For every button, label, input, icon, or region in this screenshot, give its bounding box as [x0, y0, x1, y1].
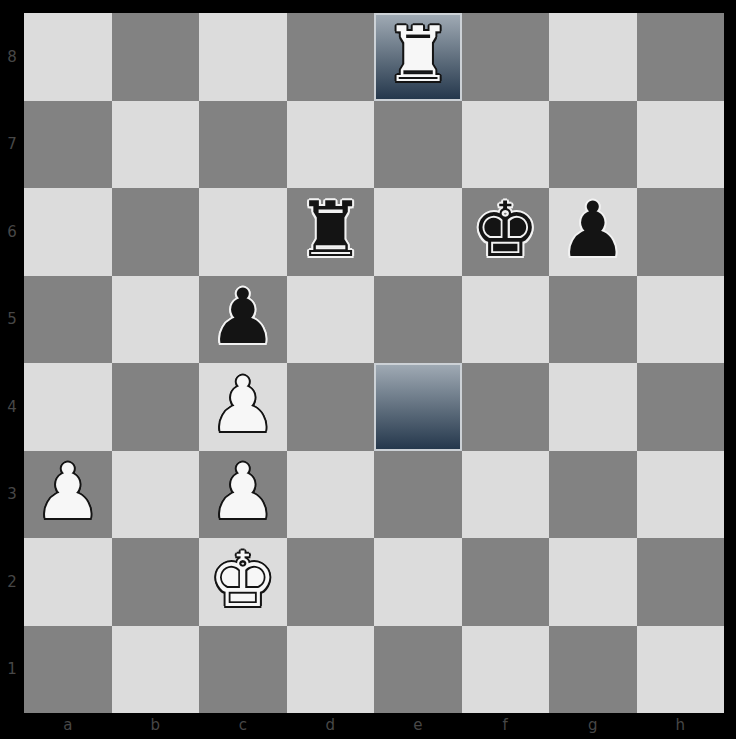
square-f6[interactable]: ♚ — [462, 188, 550, 276]
square-e2[interactable] — [374, 538, 462, 626]
square-c6[interactable] — [199, 188, 287, 276]
square-e7[interactable] — [374, 101, 462, 189]
square-h4[interactable] — [637, 363, 725, 451]
black-pawn-icon[interactable]: ♟ — [209, 279, 277, 355]
square-b4[interactable] — [112, 363, 200, 451]
square-d6[interactable]: ♜ — [287, 188, 375, 276]
white-pawn-icon[interactable]: ♟ — [209, 367, 277, 443]
file-label-h: h — [637, 713, 725, 739]
rank-label-1: 1 — [0, 626, 24, 714]
file-label-f: f — [462, 713, 550, 739]
rank-label-4: 4 — [0, 363, 24, 451]
square-c4[interactable]: ♟ — [199, 363, 287, 451]
square-d2[interactable] — [287, 538, 375, 626]
black-rook-icon[interactable]: ♜ — [296, 192, 364, 268]
square-c5[interactable]: ♟ — [199, 276, 287, 364]
square-h8[interactable] — [637, 13, 725, 101]
square-g3[interactable] — [549, 451, 637, 539]
square-e3[interactable] — [374, 451, 462, 539]
rank-label-7: 7 — [0, 101, 24, 189]
square-d5[interactable] — [287, 276, 375, 364]
square-b6[interactable] — [112, 188, 200, 276]
square-h3[interactable] — [637, 451, 725, 539]
square-c1[interactable] — [199, 626, 287, 714]
square-b8[interactable] — [112, 13, 200, 101]
square-d1[interactable] — [287, 626, 375, 714]
file-label-a: a — [24, 713, 112, 739]
square-e1[interactable] — [374, 626, 462, 714]
square-g1[interactable] — [549, 626, 637, 714]
rank-label-5: 5 — [0, 276, 24, 364]
chess-board[interactable]: ♜♜♚♟♟♟♟♟♚ — [24, 13, 724, 713]
black-king-icon[interactable]: ♚ — [471, 192, 539, 268]
square-a4[interactable] — [24, 363, 112, 451]
square-g2[interactable] — [549, 538, 637, 626]
square-h1[interactable] — [637, 626, 725, 714]
square-h6[interactable] — [637, 188, 725, 276]
square-f3[interactable] — [462, 451, 550, 539]
black-pawn-icon[interactable]: ♟ — [559, 192, 627, 268]
square-d4[interactable] — [287, 363, 375, 451]
square-h7[interactable] — [637, 101, 725, 189]
rank-label-2: 2 — [0, 538, 24, 626]
white-pawn-icon[interactable]: ♟ — [34, 454, 102, 530]
square-h2[interactable] — [637, 538, 725, 626]
chess-board-screenshot: 87654321 ♜♜♚♟♟♟♟♟♚ abcdefgh — [0, 0, 736, 739]
square-g7[interactable] — [549, 101, 637, 189]
square-b7[interactable] — [112, 101, 200, 189]
square-g5[interactable] — [549, 276, 637, 364]
square-b1[interactable] — [112, 626, 200, 714]
square-c8[interactable] — [199, 13, 287, 101]
square-f5[interactable] — [462, 276, 550, 364]
square-d7[interactable] — [287, 101, 375, 189]
square-f2[interactable] — [462, 538, 550, 626]
square-d8[interactable] — [287, 13, 375, 101]
square-a5[interactable] — [24, 276, 112, 364]
square-b3[interactable] — [112, 451, 200, 539]
square-f4[interactable] — [462, 363, 550, 451]
white-pawn-icon[interactable]: ♟ — [209, 454, 277, 530]
square-a8[interactable] — [24, 13, 112, 101]
rank-label-6: 6 — [0, 188, 24, 276]
square-a7[interactable] — [24, 101, 112, 189]
square-a3[interactable]: ♟ — [24, 451, 112, 539]
square-e6[interactable] — [374, 188, 462, 276]
square-g8[interactable] — [549, 13, 637, 101]
rank-label-8: 8 — [0, 13, 24, 101]
square-b5[interactable] — [112, 276, 200, 364]
square-f1[interactable] — [462, 626, 550, 714]
white-king-icon[interactable]: ♚ — [209, 542, 277, 618]
rank-labels: 87654321 — [0, 13, 24, 713]
square-a2[interactable] — [24, 538, 112, 626]
square-b2[interactable] — [112, 538, 200, 626]
square-f7[interactable] — [462, 101, 550, 189]
square-e5[interactable] — [374, 276, 462, 364]
square-a1[interactable] — [24, 626, 112, 714]
file-label-g: g — [549, 713, 637, 739]
file-label-e: e — [374, 713, 462, 739]
square-e8[interactable]: ♜ — [374, 13, 462, 101]
file-label-c: c — [199, 713, 287, 739]
square-c3[interactable]: ♟ — [199, 451, 287, 539]
square-g6[interactable]: ♟ — [549, 188, 637, 276]
file-labels: abcdefgh — [24, 713, 724, 739]
square-c7[interactable] — [199, 101, 287, 189]
square-g4[interactable] — [549, 363, 637, 451]
square-e4[interactable] — [374, 363, 462, 451]
square-d3[interactable] — [287, 451, 375, 539]
square-h5[interactable] — [637, 276, 725, 364]
square-f8[interactable] — [462, 13, 550, 101]
file-label-b: b — [112, 713, 200, 739]
file-label-d: d — [287, 713, 375, 739]
rank-label-3: 3 — [0, 451, 24, 539]
white-rook-icon[interactable]: ♜ — [384, 17, 452, 93]
square-c2[interactable]: ♚ — [199, 538, 287, 626]
square-a6[interactable] — [24, 188, 112, 276]
